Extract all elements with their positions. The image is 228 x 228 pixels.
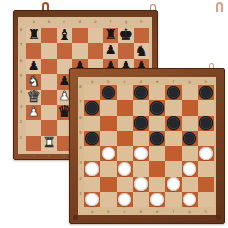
checkers-square-g2 <box>182 177 198 192</box>
chess-square-a8: ♜ <box>26 28 41 43</box>
checkers-square-h7 <box>198 100 214 115</box>
checkers-square-h5 <box>198 131 214 146</box>
checkers-square-d5 <box>133 131 149 146</box>
checkers-square-e7 <box>149 100 165 115</box>
chess-square-d7 <box>72 43 87 58</box>
coord-label: 4 <box>79 146 82 161</box>
white-checker-piece <box>167 177 181 191</box>
white-checker-piece <box>183 162 197 176</box>
chess-square-a4: ♛ <box>26 90 41 105</box>
coord-label: 7 <box>79 100 82 115</box>
chess-square-b7 <box>41 43 56 58</box>
coord-label: b <box>41 20 56 24</box>
checkers-square-g6 <box>182 116 198 131</box>
checkers-square-g7 <box>182 100 198 115</box>
checkers-square-h8 <box>198 85 214 100</box>
chess-square-b3 <box>41 105 56 120</box>
coord-label: g <box>118 20 133 24</box>
coord-label: 6 <box>79 116 82 131</box>
checkers-file-labels-bottom: abcdefgh <box>84 209 214 215</box>
black-rook: ♜ <box>105 28 117 42</box>
coord-label: 7 <box>20 43 23 58</box>
coord-label: 1 <box>79 192 82 207</box>
checkers-square-e4 <box>149 146 165 161</box>
black-checker-piece <box>167 86 181 100</box>
checkers-square-f5 <box>165 131 181 146</box>
white-checker-piece <box>118 193 132 207</box>
checkers-square-b4 <box>100 146 116 161</box>
chess-square-c7 <box>57 43 72 58</box>
checkers-square-b7 <box>100 100 116 115</box>
checkers-square-a6 <box>84 116 100 131</box>
black-checker-piece <box>150 132 164 146</box>
checkers-square-g8 <box>182 85 198 100</box>
checkers-square-a7 <box>84 100 100 115</box>
checkers-square-b2 <box>100 177 116 192</box>
coord-label: 2 <box>20 120 23 135</box>
coord-label: c <box>57 20 72 24</box>
checkers-square-d4 <box>133 146 149 161</box>
chess-square-b1: ♜ <box>41 136 56 151</box>
chess-square-a3: ♟ <box>26 105 41 120</box>
checkers-file-labels-top: abcdefgh <box>84 79 214 84</box>
coord-label: h <box>134 20 149 24</box>
coord-label: d <box>133 80 149 84</box>
checkers-square-e5 <box>149 131 165 146</box>
checkers-square-d7 <box>133 100 149 115</box>
black-knight: ♞ <box>135 44 148 58</box>
checkers-square-e1 <box>149 192 165 207</box>
checkers-square-a5 <box>84 131 100 146</box>
chess-square-e8 <box>88 28 103 43</box>
chess-square-b6 <box>41 59 56 74</box>
checkers-square-h1 <box>198 192 214 207</box>
white-rook: ♜ <box>43 136 55 150</box>
checkers-square-h6 <box>198 116 214 131</box>
checkers-rank-labels-left: 87654321 <box>78 85 83 207</box>
coord-label: c <box>117 210 133 214</box>
black-checker-piece <box>85 132 99 146</box>
hanging-hook-icon <box>216 2 223 12</box>
frame-corner-notch <box>73 215 78 220</box>
white-checker-piece <box>199 147 213 161</box>
coord-label: 1 <box>20 136 23 151</box>
frame-corner-notch <box>216 215 221 220</box>
chess-rank-labels-left: 87654321 <box>18 28 24 151</box>
coord-label: 8 <box>20 28 23 43</box>
checkers-square-f3 <box>165 161 181 176</box>
chess-square-a7 <box>26 43 41 58</box>
checkers-square-b3 <box>100 161 116 176</box>
checkers-square-c8 <box>117 85 133 100</box>
chess-square-b8 <box>41 28 56 43</box>
white-checker-piece <box>183 193 197 207</box>
checkers-square-c5 <box>117 131 133 146</box>
white-checker-piece <box>134 177 148 191</box>
coord-label: d <box>133 210 149 214</box>
coord-label: 5 <box>79 131 82 146</box>
coord-label: a <box>26 20 41 24</box>
coord-label: e <box>149 80 165 84</box>
checkers-square-e2 <box>149 177 165 192</box>
coord-label: b <box>41 154 56 158</box>
checkers-square-g4 <box>182 146 198 161</box>
coord-label: h <box>198 80 214 84</box>
chess-square-b4 <box>41 90 56 105</box>
checkers-squares-grid <box>84 85 214 207</box>
chess-square-f7: ♟ <box>103 43 118 58</box>
chess-square-a1 <box>26 136 41 151</box>
checkers-square-d2 <box>133 177 149 192</box>
coord-label: 3 <box>79 161 82 176</box>
checkers-square-c4 <box>117 146 133 161</box>
black-checker-piece <box>150 101 164 115</box>
chess-file-labels-top: abcdefgh <box>26 19 149 25</box>
coord-label: 6 <box>20 59 23 74</box>
black-checker-piece <box>183 132 197 146</box>
coord-label: g <box>182 80 198 84</box>
checkers-square-c7 <box>117 100 133 115</box>
chess-square-e7 <box>88 43 103 58</box>
checkers-square-f6 <box>165 116 181 131</box>
white-checker-piece <box>102 147 116 161</box>
checkers-square-d6 <box>133 116 149 131</box>
checkers-square-d1 <box>133 192 149 207</box>
checkers-square-b5 <box>100 131 116 146</box>
coord-label: b <box>100 80 116 84</box>
coord-label: f <box>103 20 118 24</box>
chess-square-a6: ♟ <box>26 59 41 74</box>
black-pawn: ♟ <box>28 60 39 73</box>
checkers-square-h3 <box>198 161 214 176</box>
coord-label: e <box>88 20 103 24</box>
checkers-square-g3 <box>182 161 198 176</box>
black-checker-piece <box>102 86 116 100</box>
checkers-square-a3 <box>84 161 100 176</box>
checkers-square-e8 <box>149 85 165 100</box>
chess-square-c8: ♝ <box>57 28 72 43</box>
white-pawn: ♟ <box>28 106 39 119</box>
checkers-square-a1 <box>84 192 100 207</box>
black-pawn: ♟ <box>105 44 116 57</box>
coord-label: c <box>117 80 133 84</box>
demo-boards-photo: abcdefgh 87654321 abcdefgh ♜♝♜♚♟♞♟♟♟♟♟♞♟… <box>0 0 228 228</box>
checkers-square-a8 <box>84 85 100 100</box>
black-rook: ♜ <box>28 28 40 42</box>
checkers-square-a2 <box>84 177 100 192</box>
chess-square-f8: ♜ <box>103 28 118 43</box>
checkers-demo-board: abcdefgh 87654321 abcdefgh <box>69 68 225 224</box>
coord-label: d <box>72 20 87 24</box>
coord-label: 8 <box>79 85 82 100</box>
coord-label: a <box>84 80 100 84</box>
white-queen: ♛ <box>27 89 41 105</box>
checkers-square-h4 <box>198 146 214 161</box>
white-checker-piece <box>85 162 99 176</box>
checkers-square-c1 <box>117 192 133 207</box>
coord-label: 5 <box>20 74 23 89</box>
black-checker-piece <box>167 116 181 130</box>
black-checker-piece <box>199 116 213 130</box>
checkers-square-g1 <box>182 192 198 207</box>
checkers-square-f8 <box>165 85 181 100</box>
checkers-square-f2 <box>165 177 181 192</box>
white-checker-piece <box>118 162 132 176</box>
checkers-board-panel: abcdefgh 87654321 abcdefgh <box>78 77 216 215</box>
chess-square-a2 <box>26 120 41 135</box>
checkers-square-b1 <box>100 192 116 207</box>
checkers-square-f7 <box>165 100 181 115</box>
checkers-square-f1 <box>165 192 181 207</box>
black-king: ♚ <box>119 27 133 43</box>
coord-label: a <box>26 154 41 158</box>
coord-label: g <box>182 210 198 214</box>
black-checker-piece <box>134 116 148 130</box>
chess-square-d8 <box>72 28 87 43</box>
chess-square-h7: ♞ <box>134 43 149 58</box>
checkers-square-e6 <box>149 116 165 131</box>
checkers-square-d8 <box>133 85 149 100</box>
checkers-square-b8 <box>100 85 116 100</box>
white-checker-piece <box>134 147 148 161</box>
coord-label: f <box>165 80 181 84</box>
coord-label: b <box>100 210 116 214</box>
white-checker-piece <box>150 193 164 207</box>
black-checker-piece <box>134 86 148 100</box>
checkers-square-g5 <box>182 131 198 146</box>
coord-label: 4 <box>20 90 23 105</box>
checkers-square-c6 <box>117 116 133 131</box>
coord-label: 3 <box>20 105 23 120</box>
checkers-square-e3 <box>149 161 165 176</box>
white-checker-piece <box>85 193 99 207</box>
checkers-square-h2 <box>198 177 214 192</box>
coord-label: a <box>84 210 100 214</box>
black-bishop: ♝ <box>58 28 71 43</box>
checkers-square-c3 <box>117 161 133 176</box>
coord-label: h <box>198 210 214 214</box>
coord-label: 2 <box>79 177 82 192</box>
checkers-square-b6 <box>100 116 116 131</box>
black-checker-piece <box>85 101 99 115</box>
checkers-square-a4 <box>84 146 100 161</box>
chess-square-g7 <box>118 43 133 58</box>
checkers-square-d3 <box>133 161 149 176</box>
coord-label: f <box>165 210 181 214</box>
chess-square-h8 <box>134 28 149 43</box>
coord-label: e <box>149 210 165 214</box>
checkers-square-f4 <box>165 146 181 161</box>
chess-square-b5 <box>41 74 56 89</box>
checkers-square-c2 <box>117 177 133 192</box>
black-checker-piece <box>199 86 213 100</box>
chess-square-g8: ♚ <box>118 28 133 43</box>
